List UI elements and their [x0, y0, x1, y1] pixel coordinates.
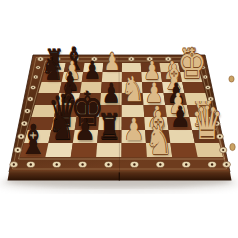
chess-set-product-photo: ♜♝♟♜♞♟♟♟♟♚♟♝♟♟♞♟♟♟♛♚♟♟♜♞♟♜♟♝♛♝♞ — [0, 0, 238, 238]
board-squares — [20, 63, 223, 157]
clasp-knobs — [229, 76, 235, 151]
fold-seam — [119, 55, 120, 172]
chess-board — [0, 0, 238, 238]
